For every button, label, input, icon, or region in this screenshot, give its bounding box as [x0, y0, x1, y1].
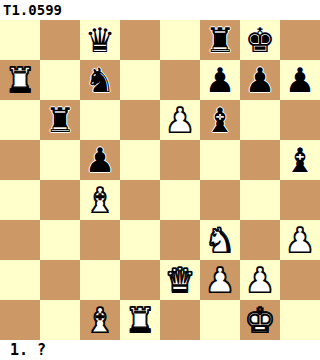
black-pawn-h7[interactable]: ♟ — [285, 60, 315, 100]
square-d5[interactable] — [120, 140, 160, 180]
square-g6[interactable] — [240, 100, 280, 140]
square-d7[interactable] — [120, 60, 160, 100]
square-d8[interactable] — [120, 20, 160, 60]
square-a3[interactable] — [0, 220, 40, 260]
square-c4[interactable]: ♝ — [80, 180, 120, 220]
square-b4[interactable] — [40, 180, 80, 220]
chess-board: ♛♜♚♜♞♟♟♟♜♟♝♟♝♝♞♟♛♟♟♝♜♚ — [0, 20, 320, 340]
black-rook-f8[interactable]: ♜ — [205, 20, 235, 60]
square-f5[interactable] — [200, 140, 240, 180]
white-bishop-c1[interactable]: ♝ — [85, 300, 115, 340]
black-queen-c8[interactable]: ♛ — [85, 20, 115, 60]
square-a5[interactable] — [0, 140, 40, 180]
square-a1[interactable] — [0, 300, 40, 340]
white-queen-e2[interactable]: ♛ — [165, 260, 195, 300]
black-pawn-f7[interactable]: ♟ — [205, 60, 235, 100]
square-c6[interactable] — [80, 100, 120, 140]
square-d3[interactable] — [120, 220, 160, 260]
square-e7[interactable] — [160, 60, 200, 100]
square-f1[interactable] — [200, 300, 240, 340]
square-b5[interactable] — [40, 140, 80, 180]
black-knight-c7[interactable]: ♞ — [85, 60, 115, 100]
white-pawn-e6[interactable]: ♟ — [165, 100, 195, 140]
square-g4[interactable] — [240, 180, 280, 220]
square-e1[interactable] — [160, 300, 200, 340]
square-f7[interactable]: ♟ — [200, 60, 240, 100]
page: T1.0599 ♛♜♚♜♞♟♟♟♜♟♝♟♝♝♞♟♛♟♟♝♜♚ 1. ? — [0, 0, 320, 360]
square-b7[interactable] — [40, 60, 80, 100]
square-h5[interactable]: ♝ — [280, 140, 320, 180]
square-c8[interactable]: ♛ — [80, 20, 120, 60]
square-h7[interactable]: ♟ — [280, 60, 320, 100]
square-d2[interactable] — [120, 260, 160, 300]
square-g1[interactable]: ♚ — [240, 300, 280, 340]
square-h6[interactable] — [280, 100, 320, 140]
black-king-g8[interactable]: ♚ — [245, 20, 275, 60]
square-b8[interactable] — [40, 20, 80, 60]
square-f8[interactable]: ♜ — [200, 20, 240, 60]
square-c5[interactable]: ♟ — [80, 140, 120, 180]
square-h2[interactable] — [280, 260, 320, 300]
square-g3[interactable] — [240, 220, 280, 260]
square-g5[interactable] — [240, 140, 280, 180]
white-rook-d1[interactable]: ♜ — [125, 300, 155, 340]
square-d6[interactable] — [120, 100, 160, 140]
black-bishop-f6[interactable]: ♝ — [205, 100, 235, 140]
square-a6[interactable] — [0, 100, 40, 140]
white-king-g1[interactable]: ♚ — [245, 300, 275, 340]
square-b6[interactable]: ♜ — [40, 100, 80, 140]
square-b2[interactable] — [40, 260, 80, 300]
square-e5[interactable] — [160, 140, 200, 180]
puzzle-id-label: T1.0599 — [0, 0, 320, 20]
square-a4[interactable] — [0, 180, 40, 220]
black-pawn-g7[interactable]: ♟ — [245, 60, 275, 100]
square-c3[interactable] — [80, 220, 120, 260]
square-c1[interactable]: ♝ — [80, 300, 120, 340]
black-bishop-h5[interactable]: ♝ — [285, 140, 315, 180]
square-f4[interactable] — [200, 180, 240, 220]
square-h3[interactable]: ♟ — [280, 220, 320, 260]
square-f2[interactable]: ♟ — [200, 260, 240, 300]
square-e8[interactable] — [160, 20, 200, 60]
black-pawn-c5[interactable]: ♟ — [85, 140, 115, 180]
square-d1[interactable]: ♜ — [120, 300, 160, 340]
square-h8[interactable] — [280, 20, 320, 60]
square-e3[interactable] — [160, 220, 200, 260]
square-h1[interactable] — [280, 300, 320, 340]
square-c7[interactable]: ♞ — [80, 60, 120, 100]
square-c2[interactable] — [80, 260, 120, 300]
square-b1[interactable] — [40, 300, 80, 340]
white-pawn-h3[interactable]: ♟ — [285, 220, 315, 260]
square-f6[interactable]: ♝ — [200, 100, 240, 140]
black-rook-b6[interactable]: ♜ — [45, 100, 75, 140]
square-f3[interactable]: ♞ — [200, 220, 240, 260]
white-knight-f3[interactable]: ♞ — [205, 220, 235, 260]
move-prompt: 1. ? — [0, 340, 320, 360]
square-a2[interactable] — [0, 260, 40, 300]
white-pawn-g2[interactable]: ♟ — [245, 260, 275, 300]
square-e4[interactable] — [160, 180, 200, 220]
square-e6[interactable]: ♟ — [160, 100, 200, 140]
square-a8[interactable] — [0, 20, 40, 60]
square-b3[interactable] — [40, 220, 80, 260]
square-g2[interactable]: ♟ — [240, 260, 280, 300]
square-g8[interactable]: ♚ — [240, 20, 280, 60]
white-rook-a7[interactable]: ♜ — [5, 60, 35, 100]
square-a7[interactable]: ♜ — [0, 60, 40, 100]
square-h4[interactable] — [280, 180, 320, 220]
square-e2[interactable]: ♛ — [160, 260, 200, 300]
square-d4[interactable] — [120, 180, 160, 220]
white-pawn-f2[interactable]: ♟ — [205, 260, 235, 300]
square-g7[interactable]: ♟ — [240, 60, 280, 100]
white-bishop-c4[interactable]: ♝ — [85, 180, 115, 220]
